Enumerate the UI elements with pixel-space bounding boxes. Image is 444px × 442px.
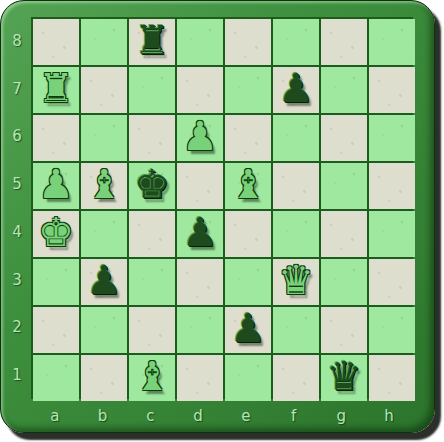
- rank-label-1: 1: [5, 351, 29, 399]
- square-h7[interactable]: [369, 67, 415, 113]
- square-e4[interactable]: [225, 211, 271, 257]
- square-g7[interactable]: [321, 67, 367, 113]
- square-b1[interactable]: [81, 355, 127, 401]
- file-label-h: h: [365, 403, 413, 429]
- square-h1[interactable]: [369, 355, 415, 401]
- piece-black-queen: ♛: [326, 353, 362, 399]
- square-d7[interactable]: [177, 67, 223, 113]
- square-a5[interactable]: ♟: [33, 163, 79, 209]
- rank-label-8: 8: [5, 17, 29, 65]
- file-label-b: b: [79, 403, 127, 429]
- square-g6[interactable]: [321, 115, 367, 161]
- piece-black-king: ♚: [134, 161, 170, 207]
- square-c3[interactable]: [129, 259, 175, 305]
- square-g1[interactable]: ♛: [321, 355, 367, 401]
- square-c2[interactable]: [129, 307, 175, 353]
- square-b6[interactable]: [81, 115, 127, 161]
- square-e1[interactable]: [225, 355, 271, 401]
- file-label-a: a: [31, 403, 79, 429]
- square-a3[interactable]: [33, 259, 79, 305]
- piece-white-rook: ♜: [38, 65, 74, 111]
- square-f7[interactable]: ♟: [273, 67, 319, 113]
- square-d6[interactable]: ♟: [177, 115, 223, 161]
- piece-white-queen: ♛: [278, 257, 314, 303]
- square-c4[interactable]: [129, 211, 175, 257]
- square-c5[interactable]: ♚: [129, 163, 175, 209]
- piece-black-pawn: ♟: [278, 65, 314, 111]
- piece-white-pawn: ♟: [38, 161, 74, 207]
- square-b8[interactable]: [81, 19, 127, 65]
- square-g5[interactable]: [321, 163, 367, 209]
- piece-black-rook: ♜: [134, 17, 170, 63]
- square-d8[interactable]: [177, 19, 223, 65]
- piece-white-pawn: ♟: [182, 113, 218, 159]
- square-a8[interactable]: [33, 19, 79, 65]
- square-d2[interactable]: [177, 307, 223, 353]
- square-h8[interactable]: [369, 19, 415, 65]
- rank-label-4: 4: [5, 208, 29, 256]
- square-h2[interactable]: [369, 307, 415, 353]
- piece-white-bishop: ♝: [86, 161, 122, 207]
- rank-label-7: 7: [5, 65, 29, 113]
- square-f5[interactable]: [273, 163, 319, 209]
- square-b3[interactable]: ♟: [81, 259, 127, 305]
- square-e5[interactable]: ♝: [225, 163, 271, 209]
- piece-white-bishop: ♝: [134, 353, 170, 399]
- square-a6[interactable]: [33, 115, 79, 161]
- square-f2[interactable]: [273, 307, 319, 353]
- file-label-g: g: [318, 403, 366, 429]
- square-e2[interactable]: ♟: [225, 307, 271, 353]
- square-g2[interactable]: [321, 307, 367, 353]
- rank-label-3: 3: [5, 256, 29, 304]
- square-f8[interactable]: [273, 19, 319, 65]
- file-label-c: c: [127, 403, 175, 429]
- square-d1[interactable]: [177, 355, 223, 401]
- square-a2[interactable]: [33, 307, 79, 353]
- square-c8[interactable]: ♜: [129, 19, 175, 65]
- file-labels: abcdefgh: [31, 403, 413, 429]
- square-b7[interactable]: [81, 67, 127, 113]
- square-e6[interactable]: [225, 115, 271, 161]
- square-h3[interactable]: [369, 259, 415, 305]
- square-d4[interactable]: ♟: [177, 211, 223, 257]
- piece-white-king: ♚: [38, 209, 74, 255]
- square-c6[interactable]: [129, 115, 175, 161]
- square-h6[interactable]: [369, 115, 415, 161]
- square-e7[interactable]: [225, 67, 271, 113]
- square-g8[interactable]: [321, 19, 367, 65]
- square-e8[interactable]: [225, 19, 271, 65]
- rank-label-5: 5: [5, 160, 29, 208]
- square-f4[interactable]: [273, 211, 319, 257]
- square-c1[interactable]: ♝: [129, 355, 175, 401]
- rank-label-6: 6: [5, 113, 29, 161]
- piece-black-pawn: ♟: [230, 305, 266, 351]
- square-c7[interactable]: [129, 67, 175, 113]
- square-f6[interactable]: [273, 115, 319, 161]
- file-label-f: f: [270, 403, 318, 429]
- file-label-d: d: [174, 403, 222, 429]
- square-h4[interactable]: [369, 211, 415, 257]
- square-d5[interactable]: [177, 163, 223, 209]
- file-label-e: e: [222, 403, 270, 429]
- rank-label-2: 2: [5, 304, 29, 352]
- square-f3[interactable]: ♛: [273, 259, 319, 305]
- square-a1[interactable]: [33, 355, 79, 401]
- board-frame: 87654321 ♜♜♟♟♟♝♚♝♚♟♟♛♟♝♛ abcdefgh: [0, 0, 435, 433]
- piece-black-pawn: ♟: [182, 209, 218, 255]
- piece-white-bishop: ♝: [230, 161, 266, 207]
- rank-labels: 87654321: [5, 17, 29, 399]
- square-a4[interactable]: ♚: [33, 211, 79, 257]
- square-g3[interactable]: [321, 259, 367, 305]
- chess-board: ♜♜♟♟♟♝♚♝♚♟♟♛♟♝♛: [31, 17, 413, 399]
- square-b5[interactable]: ♝: [81, 163, 127, 209]
- piece-black-pawn: ♟: [86, 257, 122, 303]
- square-a7[interactable]: ♜: [33, 67, 79, 113]
- square-h5[interactable]: [369, 163, 415, 209]
- square-d3[interactable]: [177, 259, 223, 305]
- square-b2[interactable]: [81, 307, 127, 353]
- square-g4[interactable]: [321, 211, 367, 257]
- square-f1[interactable]: [273, 355, 319, 401]
- square-e3[interactable]: [225, 259, 271, 305]
- square-b4[interactable]: [81, 211, 127, 257]
